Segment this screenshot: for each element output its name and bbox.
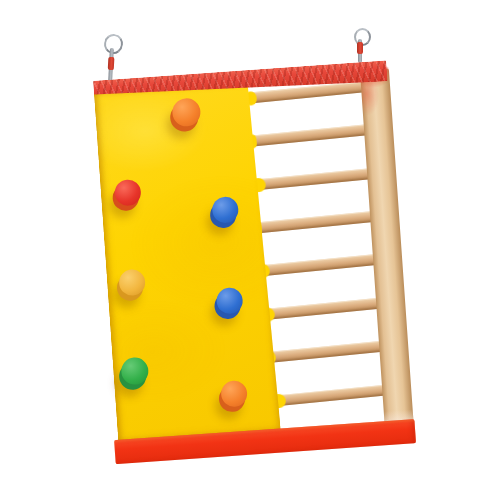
climbing-toy: [93, 60, 415, 464]
climbing-peg-orange: [171, 97, 201, 127]
ladder-rung-3: [252, 167, 378, 190]
hook-red-paint-band: [107, 57, 113, 70]
climbing-peg-red: [114, 179, 142, 207]
climbing-peg-gold: [118, 269, 146, 297]
ladder-rung-2: [249, 124, 375, 147]
climbing-peg-orange: [220, 380, 248, 408]
ladder-rung-7: [264, 340, 390, 363]
ladder-rung-5: [258, 253, 384, 276]
ladder-rung-6: [261, 297, 387, 320]
hook-pin-right: [358, 39, 362, 63]
climbing-peg-blue: [216, 287, 244, 315]
product-photo: [0, 0, 500, 500]
hook-pin-left: [108, 48, 113, 82]
climbing-peg-green: [120, 356, 149, 385]
climbing-peg-blue: [211, 196, 239, 224]
ladder-rung-4: [255, 210, 381, 233]
ladder-right-rail: [360, 68, 414, 429]
hook-red-paint-band: [357, 42, 363, 54]
ladder-rung-8: [267, 384, 393, 407]
